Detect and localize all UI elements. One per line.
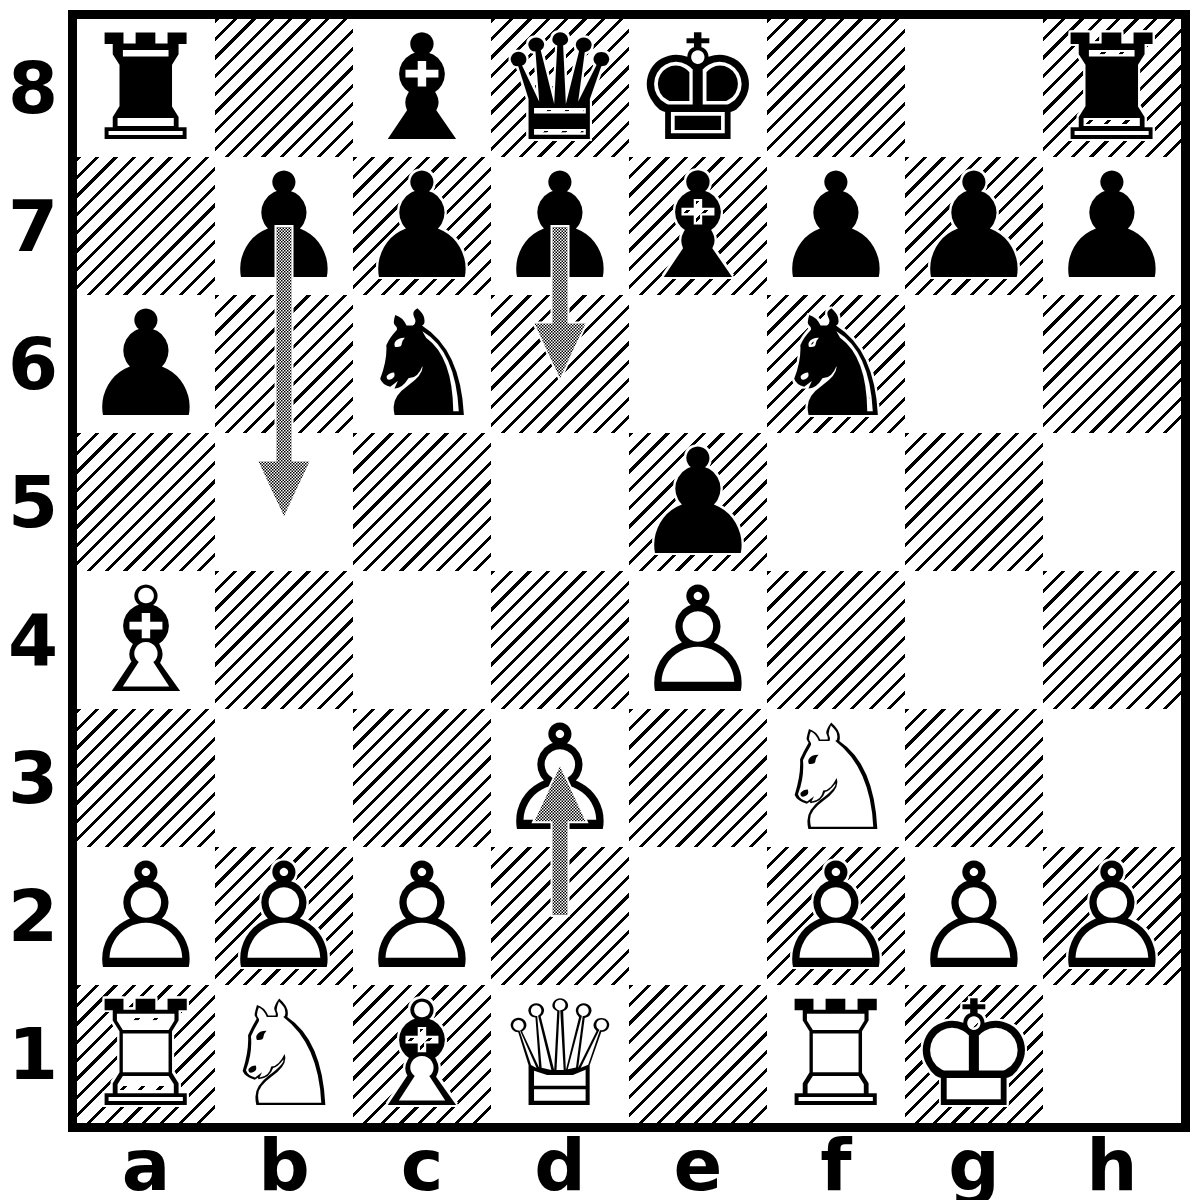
piece-black-pawn[interactable]: ♟ bbox=[1043, 157, 1181, 295]
piece-white-pawn[interactable]: ♙ bbox=[77, 847, 215, 985]
square-f2[interactable]: ♟♙ bbox=[767, 847, 905, 985]
square-b4[interactable] bbox=[215, 571, 353, 709]
piece-black-pawn[interactable]: ♟ bbox=[767, 157, 905, 295]
square-d1[interactable]: ♛♕ bbox=[491, 985, 629, 1123]
piece-black-bishop[interactable]: ♝ bbox=[353, 19, 491, 157]
square-b7[interactable]: ♟♟ bbox=[215, 157, 353, 295]
square-f4[interactable] bbox=[767, 571, 905, 709]
square-a3[interactable] bbox=[77, 709, 215, 847]
file-label-g: g bbox=[905, 1132, 1043, 1198]
square-h3[interactable] bbox=[1043, 709, 1181, 847]
square-a7[interactable] bbox=[77, 157, 215, 295]
piece-black-pawn[interactable]: ♟ bbox=[353, 157, 491, 295]
rank-label-1: 1 bbox=[4, 985, 62, 1123]
square-a2[interactable]: ♟♙ bbox=[77, 847, 215, 985]
square-g2[interactable]: ♟♙ bbox=[905, 847, 1043, 985]
piece-black-rook[interactable]: ♜ bbox=[77, 19, 215, 157]
square-g4[interactable] bbox=[905, 571, 1043, 709]
piece-white-pawn[interactable]: ♙ bbox=[767, 847, 905, 985]
square-d7[interactable]: ♟♟ bbox=[491, 157, 629, 295]
piece-black-pawn[interactable]: ♟ bbox=[629, 433, 767, 571]
square-f6[interactable]: ♞♞ bbox=[767, 295, 905, 433]
square-c6[interactable]: ♞♞ bbox=[353, 295, 491, 433]
square-d8[interactable]: ♛♛ bbox=[491, 19, 629, 157]
piece-black-knight[interactable]: ♞ bbox=[353, 295, 491, 433]
rank-label-8: 8 bbox=[4, 19, 62, 157]
square-g8[interactable] bbox=[905, 19, 1043, 157]
piece-white-queen[interactable]: ♕ bbox=[491, 985, 629, 1123]
square-e1[interactable] bbox=[629, 985, 767, 1123]
piece-white-bishop[interactable]: ♗ bbox=[77, 571, 215, 709]
square-c4[interactable] bbox=[353, 571, 491, 709]
piece-black-pawn[interactable]: ♟ bbox=[77, 295, 215, 433]
rank-label-7: 7 bbox=[4, 157, 62, 295]
piece-white-king[interactable]: ♔ bbox=[905, 985, 1043, 1123]
square-g5[interactable] bbox=[905, 433, 1043, 571]
square-c2[interactable]: ♟♙ bbox=[353, 847, 491, 985]
square-c8[interactable]: ♝♝ bbox=[353, 19, 491, 157]
square-d5[interactable] bbox=[491, 433, 629, 571]
square-e3[interactable] bbox=[629, 709, 767, 847]
piece-black-queen[interactable]: ♛ bbox=[491, 19, 629, 157]
rank-label-3: 3 bbox=[4, 709, 62, 847]
square-a6[interactable]: ♟♟ bbox=[77, 295, 215, 433]
square-h7[interactable]: ♟♟ bbox=[1043, 157, 1181, 295]
piece-white-bishop[interactable]: ♗ bbox=[353, 985, 491, 1123]
square-h2[interactable]: ♟♙ bbox=[1043, 847, 1181, 985]
square-h5[interactable] bbox=[1043, 433, 1181, 571]
square-f1[interactable]: ♜♖ bbox=[767, 985, 905, 1123]
square-g6[interactable] bbox=[905, 295, 1043, 433]
piece-white-pawn[interactable]: ♙ bbox=[353, 847, 491, 985]
square-a5[interactable] bbox=[77, 433, 215, 571]
square-c3[interactable] bbox=[353, 709, 491, 847]
square-f8[interactable] bbox=[767, 19, 905, 157]
square-a4[interactable]: ♝♗ bbox=[77, 571, 215, 709]
file-label-c: c bbox=[353, 1132, 491, 1198]
square-d2[interactable] bbox=[491, 847, 629, 985]
square-b2[interactable]: ♟♙ bbox=[215, 847, 353, 985]
square-g1[interactable]: ♚♔ bbox=[905, 985, 1043, 1123]
piece-black-king[interactable]: ♚ bbox=[629, 19, 767, 157]
piece-white-pawn[interactable]: ♙ bbox=[629, 571, 767, 709]
square-b6[interactable] bbox=[215, 295, 353, 433]
file-label-b: b bbox=[215, 1132, 353, 1198]
piece-white-pawn[interactable]: ♙ bbox=[905, 847, 1043, 985]
square-b8[interactable] bbox=[215, 19, 353, 157]
rank-label-5: 5 bbox=[4, 433, 62, 571]
file-label-f: f bbox=[767, 1132, 905, 1198]
piece-white-rook[interactable]: ♖ bbox=[767, 985, 905, 1123]
piece-black-rook[interactable]: ♜ bbox=[1043, 19, 1181, 157]
rank-label-2: 2 bbox=[4, 847, 62, 985]
square-h8[interactable]: ♜♜ bbox=[1043, 19, 1181, 157]
piece-white-rook[interactable]: ♖ bbox=[77, 985, 215, 1123]
piece-black-pawn[interactable]: ♟ bbox=[905, 157, 1043, 295]
square-d6[interactable] bbox=[491, 295, 629, 433]
piece-white-knight[interactable]: ♘ bbox=[767, 709, 905, 847]
square-e7[interactable]: ♝♝ bbox=[629, 157, 767, 295]
square-a1[interactable]: ♜♖ bbox=[77, 985, 215, 1123]
square-d4[interactable] bbox=[491, 571, 629, 709]
rank-label-4: 4 bbox=[4, 571, 62, 709]
square-e6[interactable] bbox=[629, 295, 767, 433]
file-label-e: e bbox=[629, 1132, 767, 1198]
square-e8[interactable]: ♚♚ bbox=[629, 19, 767, 157]
square-c5[interactable] bbox=[353, 433, 491, 571]
square-g3[interactable] bbox=[905, 709, 1043, 847]
piece-white-pawn[interactable]: ♙ bbox=[215, 847, 353, 985]
square-f3[interactable]: ♞♘ bbox=[767, 709, 905, 847]
piece-black-pawn[interactable]: ♟ bbox=[215, 157, 353, 295]
square-b1[interactable]: ♞♘ bbox=[215, 985, 353, 1123]
piece-black-pawn[interactable]: ♟ bbox=[491, 157, 629, 295]
chess-board: ♜♜♝♝♛♛♚♚♜♜♟♟♟♟♟♟♝♝♟♟♟♟♟♟♟♟♞♞♞♞♟♟♝♗♟♙♟♙♞♘… bbox=[68, 10, 1190, 1132]
square-d3[interactable]: ♟♙ bbox=[491, 709, 629, 847]
piece-black-knight[interactable]: ♞ bbox=[767, 295, 905, 433]
file-label-a: a bbox=[77, 1132, 215, 1198]
piece-black-bishop[interactable]: ♝ bbox=[629, 157, 767, 295]
piece-white-pawn[interactable]: ♙ bbox=[1043, 847, 1181, 985]
square-h1[interactable] bbox=[1043, 985, 1181, 1123]
square-f7[interactable]: ♟♟ bbox=[767, 157, 905, 295]
square-h4[interactable] bbox=[1043, 571, 1181, 709]
square-c7[interactable]: ♟♟ bbox=[353, 157, 491, 295]
square-c1[interactable]: ♝♗ bbox=[353, 985, 491, 1123]
chess-diagram-page: ♜♜♝♝♛♛♚♚♜♜♟♟♟♟♟♟♝♝♟♟♟♟♟♟♟♟♞♞♞♞♟♟♝♗♟♙♟♙♞♘… bbox=[0, 0, 1200, 1200]
file-label-d: d bbox=[491, 1132, 629, 1198]
square-f5[interactable] bbox=[767, 433, 905, 571]
square-a8[interactable]: ♜♜ bbox=[77, 19, 215, 157]
square-g7[interactable]: ♟♟ bbox=[905, 157, 1043, 295]
square-h6[interactable] bbox=[1043, 295, 1181, 433]
square-b5[interactable] bbox=[215, 433, 353, 571]
square-e4[interactable]: ♟♙ bbox=[629, 571, 767, 709]
rank-label-6: 6 bbox=[4, 295, 62, 433]
piece-white-knight[interactable]: ♘ bbox=[215, 985, 353, 1123]
square-b3[interactable] bbox=[215, 709, 353, 847]
square-e5[interactable]: ♟♟ bbox=[629, 433, 767, 571]
piece-white-pawn[interactable]: ♙ bbox=[491, 709, 629, 847]
square-e2[interactable] bbox=[629, 847, 767, 985]
file-label-h: h bbox=[1043, 1132, 1181, 1198]
